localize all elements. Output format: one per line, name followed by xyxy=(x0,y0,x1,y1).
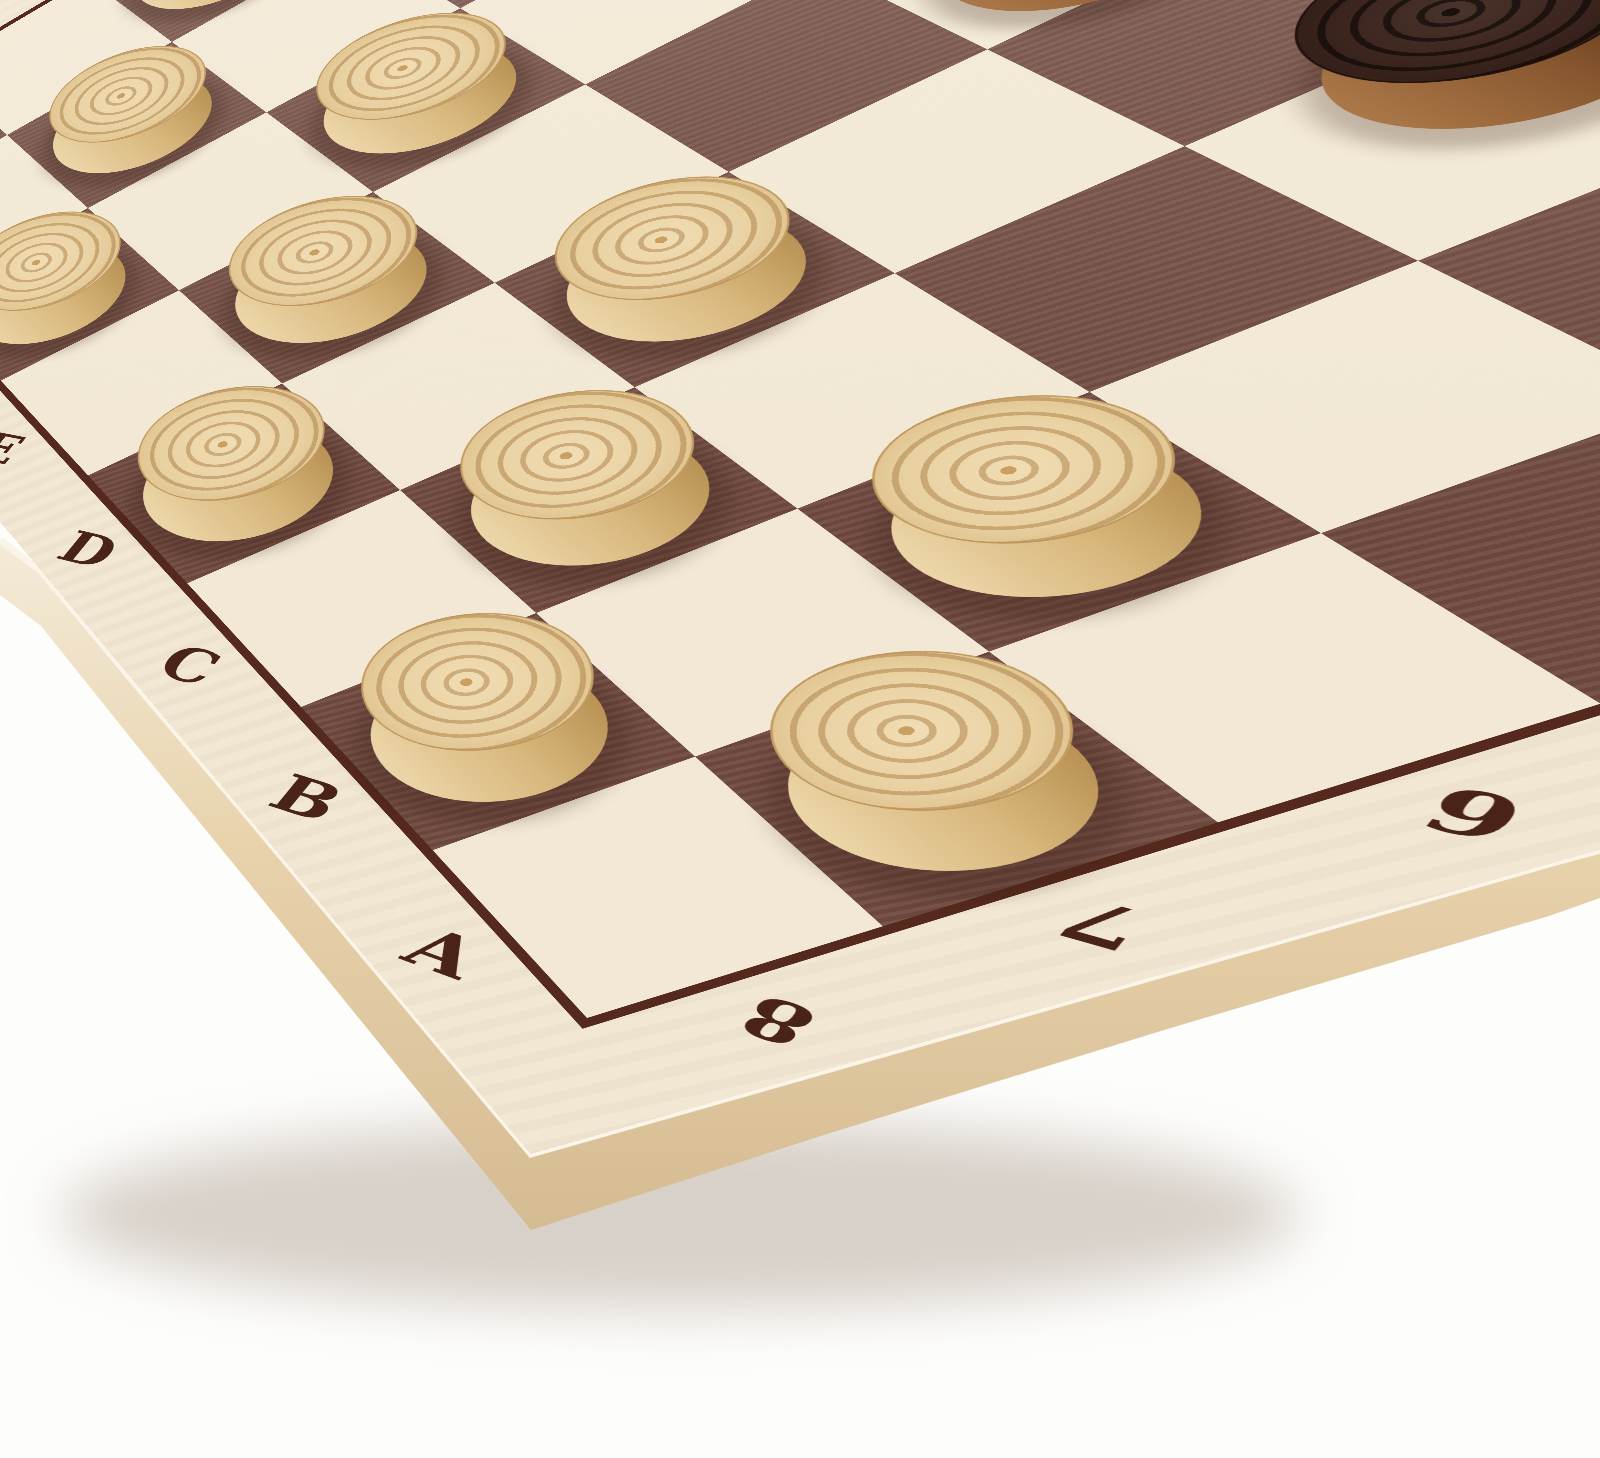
file-label-e: E xyxy=(0,423,35,473)
file-label-d: D xyxy=(47,521,131,578)
rank-label-6: 6 xyxy=(1405,772,1544,855)
rank-label-7: 7 xyxy=(1043,884,1165,964)
file-label-a: A xyxy=(389,914,496,992)
rank-label-8: 8 xyxy=(725,982,833,1059)
file-label-b: B xyxy=(257,763,357,833)
photo-canvas: ABCDEFGH87654321 xyxy=(0,0,1600,1458)
file-label-c: C xyxy=(146,634,234,696)
